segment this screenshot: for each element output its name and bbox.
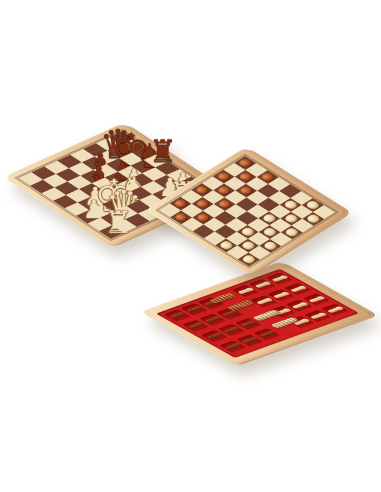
light-chess-piece-lying xyxy=(273,293,287,299)
dark-chess-piece-lying xyxy=(241,321,255,327)
dark-chess-piece-lying xyxy=(259,332,273,338)
dark-chess-piece-lying xyxy=(222,311,236,317)
light-chess-piece-lying xyxy=(310,313,324,319)
light-chess-piece-lying xyxy=(292,303,306,309)
dark-chess-piece-lying xyxy=(205,317,219,323)
red-felt-insert xyxy=(156,269,359,358)
storage-box-frame xyxy=(140,262,375,366)
light-chess-piece-lying xyxy=(238,289,252,295)
dark-chess-piece-lying xyxy=(170,313,184,319)
brown-checkers-stack-roll xyxy=(226,299,256,311)
light-chess-piece-lying xyxy=(272,276,286,282)
dark-chess-piece-lying xyxy=(188,323,202,329)
light-chess-piece-lying xyxy=(309,297,323,303)
product-photo: ♛♝♚♝♟♞♜♟♟♟♚♞♛♟♟♜♜ xyxy=(0,0,381,492)
light-chess-piece-lying xyxy=(290,287,304,293)
light-chess-piece-lying xyxy=(327,307,341,313)
dark-chess-piece-lying xyxy=(207,334,221,340)
light-chess-piece-lying xyxy=(256,299,270,305)
dark-chess-piece-lying xyxy=(187,307,201,313)
dark-chess-piece-lying xyxy=(242,338,256,344)
light-chess-piece-lying xyxy=(255,282,269,288)
dark-chess-piece-lying xyxy=(225,344,239,350)
dark-chess-piece-lying xyxy=(224,328,238,334)
